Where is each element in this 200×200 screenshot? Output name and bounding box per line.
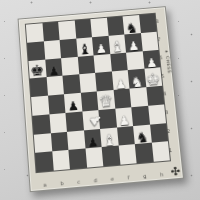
square-d5[interactable] [79,73,97,93]
square-c6[interactable] [61,56,79,76]
square-c8[interactable] [58,21,76,40]
rank-label-3: 3 [165,109,169,115]
piece-white-pawn-f5[interactable]: ♟ [115,78,127,91]
file-label-c: c [77,178,80,184]
rank-label-6: 6 [159,54,163,60]
rank-label-1: 1 [168,147,172,153]
square-a5[interactable] [30,77,48,97]
piece-white-pawn-g7[interactable]: ♟ [128,40,140,53]
square-e7[interactable]: ♟ [92,36,110,55]
square-g2[interactable]: ♞ [133,124,151,144]
square-c1[interactable] [68,149,86,169]
square-e6[interactable] [94,54,112,74]
piece-white-pawn-e7[interactable]: ♟ [95,43,107,56]
piece-black-pawn-b6[interactable]: ♟ [48,65,60,78]
square-c3[interactable] [65,111,83,131]
square-a3[interactable] [32,114,50,134]
table-surface: ♞♝♟♝♟♚♟♟♟♞♚♟♛♟♟♝♞♟ abcdefgh 87654321 ✦ C… [0,0,200,200]
piece-black-pawn-c4[interactable]: ♟ [67,100,79,113]
square-g1[interactable] [135,143,153,163]
square-g3[interactable] [131,106,149,126]
rank-label-7: 7 [157,36,161,42]
square-e1[interactable] [102,146,120,166]
square-d7[interactable]: ♝ [76,37,94,56]
square-b4[interactable] [48,94,66,114]
rank-label-4: 4 [163,91,167,97]
square-f8[interactable] [106,16,124,35]
square-d2[interactable]: ♟ [83,128,101,148]
file-label-a: a [43,181,47,187]
square-d6[interactable] [77,55,95,75]
piece-black-bishop-d7[interactable]: ♝ [78,42,92,57]
square-c5[interactable] [62,75,80,95]
piece-black-king-a6[interactable]: ♚ [30,63,45,80]
file-label-f: f [127,174,129,180]
piece-white-pawn-h6[interactable]: ♟ [146,57,158,70]
square-f6[interactable] [110,52,128,72]
square-g5[interactable]: ♞ [128,69,146,89]
square-d4[interactable] [80,91,98,111]
square-b5[interactable] [46,76,64,96]
piece-black-knight-g8[interactable]: ♞ [125,21,139,35]
square-f5[interactable]: ♟ [111,70,129,90]
piece-white-bishop-f7[interactable]: ♝ [110,39,124,54]
square-e5[interactable] [95,72,113,92]
piece-black-knight-g2[interactable]: ♞ [136,130,150,145]
square-d1[interactable] [85,147,103,167]
square-e8[interactable] [90,18,108,37]
square-f2[interactable] [117,126,135,146]
piece-white-bishop-e2[interactable]: ♝ [102,132,116,148]
square-c2[interactable] [67,130,85,150]
piece-white-king-h5[interactable]: ♚ [145,71,161,88]
file-label-d: d [94,177,98,183]
square-b7[interactable] [43,40,61,59]
square-g6[interactable] [126,51,144,71]
file-label-h: h [160,171,164,177]
square-f1[interactable] [118,144,136,164]
file-labels: abcdefgh [36,170,170,188]
square-a4[interactable] [31,96,49,116]
square-g8[interactable]: ♞ [123,15,141,34]
file-label-e: e [110,175,114,181]
square-d8[interactable] [74,19,92,38]
floret-logo-icon: ✣ [170,166,180,178]
square-a1[interactable] [35,152,53,172]
square-c7[interactable] [60,38,78,57]
square-e2[interactable]: ♝ [100,127,118,147]
square-a8[interactable] [26,23,44,42]
square-a6[interactable]: ♚ [28,59,46,79]
file-label-b: b [60,179,64,185]
chessboard: ♞♝♟♝♟♚♟♟♟♞♚♟♛♟♟♝♞♟ abcdefgh 87654321 ✦ C… [18,6,184,192]
board-border: ♞♝♟♝♟♚♟♟♟♞♚♟♛♟♟♝♞♟ abcdefgh 87654321 ✦ C… [18,6,184,192]
square-a2[interactable] [34,133,52,153]
square-c4[interactable]: ♟ [64,93,82,113]
square-b1[interactable] [52,150,70,170]
file-label-g: g [143,172,147,178]
square-b8[interactable] [42,22,60,41]
board-grid[interactable]: ♞♝♟♝♟♚♟♟♟♞♚♟♛♟♟♝♞♟ [25,13,171,173]
brand-diamond-icon: ✦ [164,49,169,55]
piece-white-pawn-f3[interactable]: ♟ [118,114,130,127]
piece-black-pawn-d2[interactable]: ♟ [87,136,99,150]
piece-white-knight-g5[interactable]: ♞ [130,75,144,90]
square-f4[interactable] [113,89,131,109]
square-f3[interactable]: ♟ [115,107,133,127]
square-f7[interactable]: ♝ [108,34,126,53]
square-b3[interactable] [49,113,67,133]
rank-label-8: 8 [155,19,159,25]
square-e4[interactable]: ♛ [97,90,115,110]
brand-text: CHESS [165,55,172,73]
square-a7[interactable] [27,41,45,60]
square-b2[interactable] [50,131,68,151]
rank-label-5: 5 [161,72,165,78]
rank-label-2: 2 [166,128,170,134]
piece-white-queen-e4[interactable]: ♛ [98,94,113,110]
square-b6[interactable]: ♟ [45,58,63,78]
square-h5[interactable]: ♚ [144,68,162,88]
